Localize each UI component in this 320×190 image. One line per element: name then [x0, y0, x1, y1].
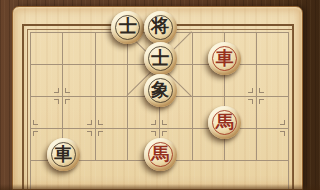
position-marker [65, 88, 70, 93]
bottom-edge-shadow [0, 184, 320, 190]
position-marker [259, 88, 264, 93]
red-piece-glyph: 馬 [216, 113, 234, 131]
piece-black-advisor-e9[interactable]: 士 [144, 42, 177, 75]
position-marker [98, 131, 103, 136]
piece-black-elephant-e8[interactable]: 象 [144, 74, 177, 107]
position-marker [65, 99, 70, 104]
position-marker [54, 88, 59, 93]
grid-line-vertical [288, 32, 289, 189]
position-marker [248, 88, 253, 93]
position-marker [162, 131, 167, 136]
red-piece-glyph: 馬 [151, 145, 169, 163]
grid-line-vertical [95, 32, 96, 160]
position-marker [33, 131, 38, 136]
black-piece-glyph: 象 [151, 81, 169, 99]
position-marker [98, 120, 103, 125]
black-piece-glyph: 士 [151, 49, 169, 67]
black-piece-glyph: 車 [54, 145, 72, 163]
grid-line-vertical [30, 32, 31, 189]
position-marker [87, 131, 92, 136]
position-marker [162, 120, 167, 125]
game-screen: 士将士車象馬車馬 [0, 0, 320, 190]
piece-black-chariot-b6[interactable]: 車 [47, 138, 80, 171]
black-piece-glyph: 将 [151, 17, 169, 35]
grid-line-vertical [256, 32, 257, 160]
piece-red-horse-e6[interactable]: 馬 [144, 138, 177, 171]
piece-black-general-e10[interactable]: 将 [144, 11, 177, 44]
position-marker [248, 99, 253, 104]
xiangqi-board[interactable]: 士将士車象馬車馬 [12, 6, 303, 190]
position-marker [151, 131, 156, 136]
red-piece-glyph: 車 [216, 49, 234, 67]
position-marker [259, 99, 264, 104]
position-marker [151, 120, 156, 125]
position-marker [280, 131, 285, 136]
position-marker [280, 120, 285, 125]
piece-black-advisor-d10[interactable]: 士 [111, 11, 144, 44]
grid-line-vertical [192, 32, 193, 160]
black-piece-glyph: 士 [119, 17, 137, 35]
position-marker [33, 120, 38, 125]
position-marker [87, 120, 92, 125]
position-marker [54, 99, 59, 104]
